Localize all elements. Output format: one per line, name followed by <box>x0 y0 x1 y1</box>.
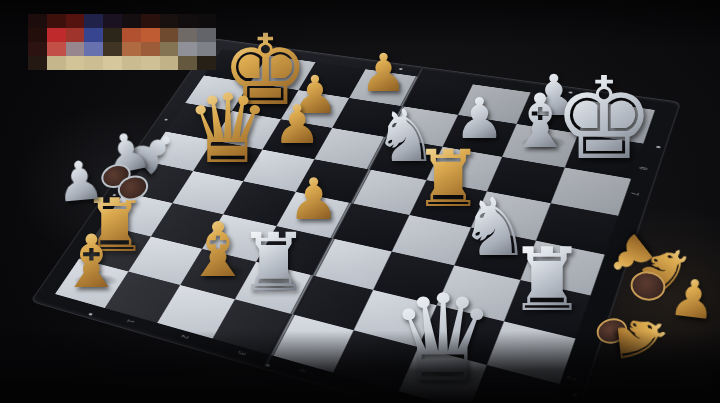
watermark-cell <box>103 28 122 42</box>
watermark-cell <box>160 28 179 42</box>
watermark-cell <box>141 56 160 70</box>
watermark-cell <box>197 56 216 70</box>
watermark-cell <box>141 14 160 28</box>
watermark-cell <box>84 28 103 42</box>
watermark-cell <box>122 42 141 56</box>
watermark-cell <box>28 42 47 56</box>
watermark-cell <box>141 42 160 56</box>
watermark-cell <box>197 28 216 42</box>
watermark-cell <box>160 56 179 70</box>
watermark-cell <box>160 42 179 56</box>
watermark-cell <box>122 14 141 28</box>
watermark-cell <box>178 56 197 70</box>
watermark-cell <box>103 14 122 28</box>
watermark-cell <box>160 14 179 28</box>
watermark-cell <box>84 14 103 28</box>
watermark-cell <box>178 42 197 56</box>
board-squares <box>55 49 655 403</box>
watermark-cell <box>47 56 66 70</box>
watermark-cell <box>47 42 66 56</box>
watermark-cell <box>66 14 85 28</box>
offboard-gold-pawn-standing[interactable]: ♟ <box>667 270 720 327</box>
watermark-cell <box>122 56 141 70</box>
watermark-cell <box>103 56 122 70</box>
watermark-cell <box>28 14 47 28</box>
watermark-cell <box>122 28 141 42</box>
watermark-cell <box>197 42 216 56</box>
watermark-cell <box>47 28 66 42</box>
watermark-cell <box>28 28 47 42</box>
watermark-cell <box>66 56 85 70</box>
watermark-cell <box>84 42 103 56</box>
watermark-mosaic <box>28 14 216 70</box>
watermark-cell <box>84 56 103 70</box>
watermark-cell <box>28 56 47 70</box>
watermark-cell <box>178 14 197 28</box>
chess-board: 12348721 <box>55 49 655 403</box>
offboard-gold-knight-fallen[interactable]: ♞ <box>606 306 676 370</box>
watermark-cell <box>197 14 216 28</box>
photo-stage: 12348721 ♟♟♚♟♟♝♚♟♞♛♜♟♞♜♜♝♜♝♛ ♟♟♟♟♞♟♞ <box>0 0 720 403</box>
felt-base <box>628 269 668 304</box>
watermark-cell <box>66 42 85 56</box>
watermark-cell <box>47 14 66 28</box>
watermark-cell <box>141 28 160 42</box>
offboard-gold-knight-fallen[interactable]: ♞ <box>626 231 707 309</box>
watermark-cell <box>66 28 85 42</box>
watermark-cell <box>178 28 197 42</box>
watermark-cell <box>103 42 122 56</box>
